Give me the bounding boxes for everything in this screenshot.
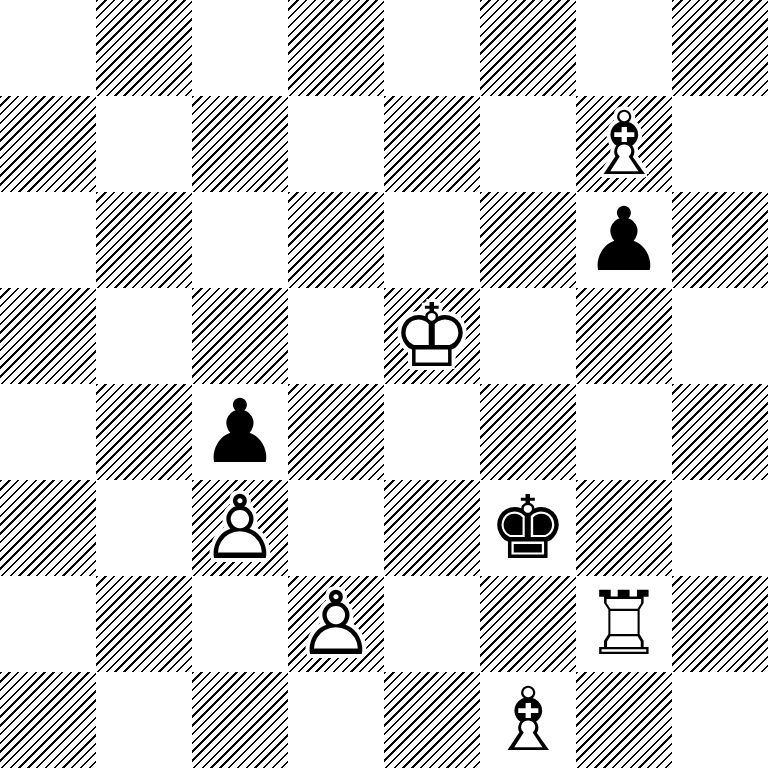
- square-b1[interactable]: [96, 672, 192, 768]
- square-d2[interactable]: ♟♙: [288, 576, 384, 672]
- square-d6[interactable]: [288, 192, 384, 288]
- square-f6[interactable]: [480, 192, 576, 288]
- square-d5[interactable]: [288, 288, 384, 384]
- square-f1[interactable]: ♝♗: [480, 672, 576, 768]
- square-b8[interactable]: [96, 0, 192, 96]
- square-a6[interactable]: [0, 192, 96, 288]
- square-c4[interactable]: ♟: [192, 384, 288, 480]
- square-e5[interactable]: ♚♔: [384, 288, 480, 384]
- square-h3[interactable]: [672, 480, 768, 576]
- square-a1[interactable]: [0, 672, 96, 768]
- square-f8[interactable]: [480, 0, 576, 96]
- square-c3[interactable]: ♟♙: [192, 480, 288, 576]
- square-a7[interactable]: [0, 96, 96, 192]
- square-e7[interactable]: [384, 96, 480, 192]
- square-f7[interactable]: [480, 96, 576, 192]
- piece-black-pawn[interactable]: ♟: [576, 192, 672, 288]
- square-d4[interactable]: [288, 384, 384, 480]
- square-c8[interactable]: [192, 0, 288, 96]
- white-pawn-icon: ♙: [288, 576, 384, 672]
- square-h4[interactable]: [672, 384, 768, 480]
- square-g6[interactable]: ♟: [576, 192, 672, 288]
- square-b5[interactable]: [96, 288, 192, 384]
- square-d1[interactable]: [288, 672, 384, 768]
- square-g3[interactable]: [576, 480, 672, 576]
- square-a3[interactable]: [0, 480, 96, 576]
- square-a4[interactable]: [0, 384, 96, 480]
- piece-white-bishop[interactable]: ♝♗: [576, 96, 672, 192]
- square-f4[interactable]: [480, 384, 576, 480]
- white-bishop-icon: ♗: [480, 672, 576, 768]
- white-rook-icon: ♖: [576, 576, 672, 672]
- square-h8[interactable]: [672, 0, 768, 96]
- square-e8[interactable]: [384, 0, 480, 96]
- square-c7[interactable]: [192, 96, 288, 192]
- piece-black-king[interactable]: ♚: [480, 480, 576, 576]
- square-g5[interactable]: [576, 288, 672, 384]
- square-b3[interactable]: [96, 480, 192, 576]
- black-pawn-icon: ♟: [576, 192, 672, 288]
- square-a8[interactable]: [0, 0, 96, 96]
- square-h7[interactable]: [672, 96, 768, 192]
- square-h5[interactable]: [672, 288, 768, 384]
- white-king-icon: ♔: [384, 288, 480, 384]
- chess-board: ♝♗♟♚♔♟♟♙♚♟♙♜♖♝♗: [0, 0, 768, 768]
- piece-white-king[interactable]: ♚♔: [384, 288, 480, 384]
- piece-white-pawn[interactable]: ♟♙: [192, 480, 288, 576]
- piece-white-pawn[interactable]: ♟♙: [288, 576, 384, 672]
- square-g7[interactable]: ♝♗: [576, 96, 672, 192]
- square-e3[interactable]: [384, 480, 480, 576]
- square-c5[interactable]: [192, 288, 288, 384]
- square-g1[interactable]: [576, 672, 672, 768]
- square-a5[interactable]: [0, 288, 96, 384]
- square-b2[interactable]: [96, 576, 192, 672]
- square-d7[interactable]: [288, 96, 384, 192]
- square-e1[interactable]: [384, 672, 480, 768]
- piece-black-pawn[interactable]: ♟: [192, 384, 288, 480]
- square-f3[interactable]: ♚: [480, 480, 576, 576]
- square-g2[interactable]: ♜♖: [576, 576, 672, 672]
- black-king-icon: ♚: [480, 480, 576, 576]
- square-f2[interactable]: [480, 576, 576, 672]
- white-bishop-icon: ♗: [576, 96, 672, 192]
- square-e4[interactable]: [384, 384, 480, 480]
- square-c2[interactable]: [192, 576, 288, 672]
- square-c1[interactable]: [192, 672, 288, 768]
- black-pawn-icon: ♟: [192, 384, 288, 480]
- square-a2[interactable]: [0, 576, 96, 672]
- square-c6[interactable]: [192, 192, 288, 288]
- square-h6[interactable]: [672, 192, 768, 288]
- piece-white-bishop[interactable]: ♝♗: [480, 672, 576, 768]
- square-e2[interactable]: [384, 576, 480, 672]
- square-f5[interactable]: [480, 288, 576, 384]
- square-h1[interactable]: [672, 672, 768, 768]
- square-b4[interactable]: [96, 384, 192, 480]
- square-b6[interactable]: [96, 192, 192, 288]
- white-pawn-icon: ♙: [192, 480, 288, 576]
- square-b7[interactable]: [96, 96, 192, 192]
- square-d3[interactable]: [288, 480, 384, 576]
- square-e6[interactable]: [384, 192, 480, 288]
- square-h2[interactable]: [672, 576, 768, 672]
- square-g8[interactable]: [576, 0, 672, 96]
- square-g4[interactable]: [576, 384, 672, 480]
- piece-white-rook[interactable]: ♜♖: [576, 576, 672, 672]
- square-d8[interactable]: [288, 0, 384, 96]
